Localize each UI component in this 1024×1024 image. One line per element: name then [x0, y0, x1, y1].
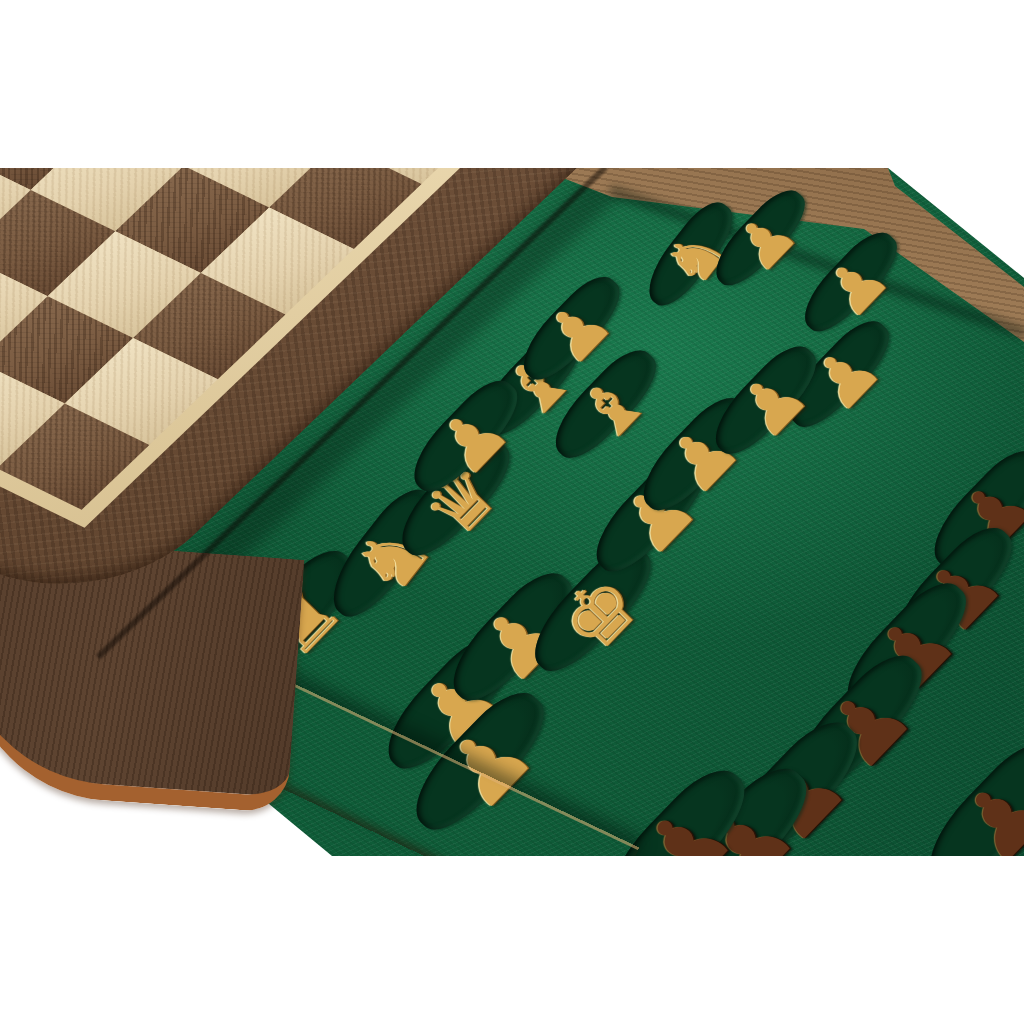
photo-crop-top [0, 0, 1024, 168]
photo-crop-bottom [0, 856, 1024, 1024]
chess-set-photo: ♜♞♟♟♛♚♝♟♟♞♟♟♝♟♟♟♟♟♟♟♟♟♟♟♟♟ [0, 0, 1024, 1024]
